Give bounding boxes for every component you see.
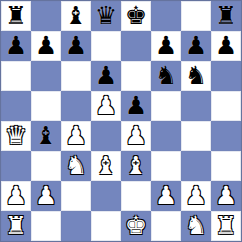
square-c4[interactable]: ♟ — [61, 121, 91, 151]
square-b3[interactable] — [31, 151, 61, 181]
square-h7[interactable]: ♟ — [211, 31, 241, 61]
square-f2[interactable]: ♟ — [151, 181, 181, 211]
square-a6[interactable] — [1, 61, 31, 91]
piece-black-bishop-c8[interactable]: ♝ — [65, 3, 87, 28]
square-f4[interactable] — [151, 121, 181, 151]
piece-white-pawn-c4[interactable]: ♟ — [65, 123, 87, 148]
square-g6[interactable]: ♞ — [181, 61, 211, 91]
square-e1[interactable]: ♚ — [121, 211, 151, 241]
piece-white-king-e1[interactable]: ♚ — [125, 213, 147, 238]
square-a3[interactable] — [1, 151, 31, 181]
square-h2[interactable]: ♟ — [211, 181, 241, 211]
chess-diagram: ♜♝♛♚♜♟♟♟♟♟♟♟♞♞♟♟♛♝♟♟♞♝♝♟♟♟♟♟♜♚♞♜ — [0, 0, 242, 242]
square-c3[interactable]: ♞ — [61, 151, 91, 181]
square-b7[interactable]: ♟ — [31, 31, 61, 61]
square-g7[interactable]: ♟ — [181, 31, 211, 61]
square-c1[interactable] — [61, 211, 91, 241]
square-c2[interactable] — [61, 181, 91, 211]
square-b8[interactable] — [31, 1, 61, 31]
square-h4[interactable] — [211, 121, 241, 151]
square-g1[interactable]: ♞ — [181, 211, 211, 241]
piece-white-bishop-e3[interactable]: ♝ — [125, 153, 147, 178]
square-f1[interactable] — [151, 211, 181, 241]
square-e5[interactable]: ♟ — [121, 91, 151, 121]
piece-black-knight-f6[interactable]: ♞ — [155, 63, 177, 88]
piece-black-knight-g6[interactable]: ♞ — [185, 63, 207, 88]
square-d8[interactable]: ♛ — [91, 1, 121, 31]
piece-black-pawn-c7[interactable]: ♟ — [65, 33, 87, 58]
square-d6[interactable]: ♟ — [91, 61, 121, 91]
square-h8[interactable]: ♜ — [211, 1, 241, 31]
square-c6[interactable] — [61, 61, 91, 91]
square-e8[interactable]: ♚ — [121, 1, 151, 31]
piece-black-pawn-e5[interactable]: ♟ — [125, 93, 147, 118]
piece-black-rook-h8[interactable]: ♜ — [215, 3, 237, 28]
square-b6[interactable] — [31, 61, 61, 91]
square-g4[interactable] — [181, 121, 211, 151]
square-f3[interactable] — [151, 151, 181, 181]
square-b5[interactable] — [31, 91, 61, 121]
chess-board: ♜♝♛♚♜♟♟♟♟♟♟♟♞♞♟♟♛♝♟♟♞♝♝♟♟♟♟♟♜♚♞♜ — [0, 0, 242, 242]
piece-white-rook-a1[interactable]: ♜ — [5, 213, 27, 238]
square-h5[interactable] — [211, 91, 241, 121]
piece-black-pawn-b7[interactable]: ♟ — [35, 33, 57, 58]
square-a8[interactable]: ♜ — [1, 1, 31, 31]
square-c5[interactable] — [61, 91, 91, 121]
piece-white-pawn-e4[interactable]: ♟ — [125, 123, 147, 148]
square-d1[interactable] — [91, 211, 121, 241]
square-f7[interactable]: ♟ — [151, 31, 181, 61]
piece-black-pawn-g7[interactable]: ♟ — [185, 33, 207, 58]
piece-black-pawn-f7[interactable]: ♟ — [155, 33, 177, 58]
square-a4[interactable]: ♛ — [1, 121, 31, 151]
square-h1[interactable]: ♜ — [211, 211, 241, 241]
piece-white-pawn-d5[interactable]: ♟ — [95, 93, 117, 118]
piece-black-pawn-a7[interactable]: ♟ — [5, 33, 27, 58]
piece-black-pawn-h7[interactable]: ♟ — [215, 33, 237, 58]
square-e6[interactable] — [121, 61, 151, 91]
square-d7[interactable] — [91, 31, 121, 61]
square-d4[interactable] — [91, 121, 121, 151]
piece-black-pawn-d6[interactable]: ♟ — [95, 63, 117, 88]
piece-white-knight-c3[interactable]: ♞ — [65, 153, 87, 178]
piece-white-pawn-f2[interactable]: ♟ — [155, 183, 177, 208]
square-e4[interactable]: ♟ — [121, 121, 151, 151]
square-a1[interactable]: ♜ — [1, 211, 31, 241]
piece-white-bishop-d3[interactable]: ♝ — [95, 153, 117, 178]
piece-white-rook-h1[interactable]: ♜ — [215, 213, 237, 238]
square-a2[interactable]: ♟ — [1, 181, 31, 211]
piece-black-bishop-b4[interactable]: ♝ — [35, 123, 57, 148]
square-g5[interactable] — [181, 91, 211, 121]
square-d2[interactable] — [91, 181, 121, 211]
piece-black-queen-d8[interactable]: ♛ — [95, 3, 117, 28]
piece-white-pawn-g2[interactable]: ♟ — [185, 183, 207, 208]
square-f5[interactable] — [151, 91, 181, 121]
square-c7[interactable]: ♟ — [61, 31, 91, 61]
square-c8[interactable]: ♝ — [61, 1, 91, 31]
piece-black-rook-a8[interactable]: ♜ — [5, 3, 27, 28]
square-d3[interactable]: ♝ — [91, 151, 121, 181]
square-d5[interactable]: ♟ — [91, 91, 121, 121]
square-b1[interactable] — [31, 211, 61, 241]
square-h3[interactable] — [211, 151, 241, 181]
piece-white-pawn-a2[interactable]: ♟ — [5, 183, 27, 208]
square-a5[interactable] — [1, 91, 31, 121]
square-a7[interactable]: ♟ — [1, 31, 31, 61]
square-h6[interactable] — [211, 61, 241, 91]
square-e2[interactable] — [121, 181, 151, 211]
square-e7[interactable] — [121, 31, 151, 61]
piece-black-king-e8[interactable]: ♚ — [125, 3, 147, 28]
square-e3[interactable]: ♝ — [121, 151, 151, 181]
piece-white-pawn-h2[interactable]: ♟ — [215, 183, 237, 208]
square-g3[interactable] — [181, 151, 211, 181]
piece-white-queen-a4[interactable]: ♛ — [5, 123, 27, 148]
piece-white-pawn-b2[interactable]: ♟ — [35, 183, 57, 208]
piece-white-knight-g1[interactable]: ♞ — [185, 213, 207, 238]
square-f8[interactable] — [151, 1, 181, 31]
square-f6[interactable]: ♞ — [151, 61, 181, 91]
square-b4[interactable]: ♝ — [31, 121, 61, 151]
square-g2[interactable]: ♟ — [181, 181, 211, 211]
square-b2[interactable]: ♟ — [31, 181, 61, 211]
square-g8[interactable] — [181, 1, 211, 31]
